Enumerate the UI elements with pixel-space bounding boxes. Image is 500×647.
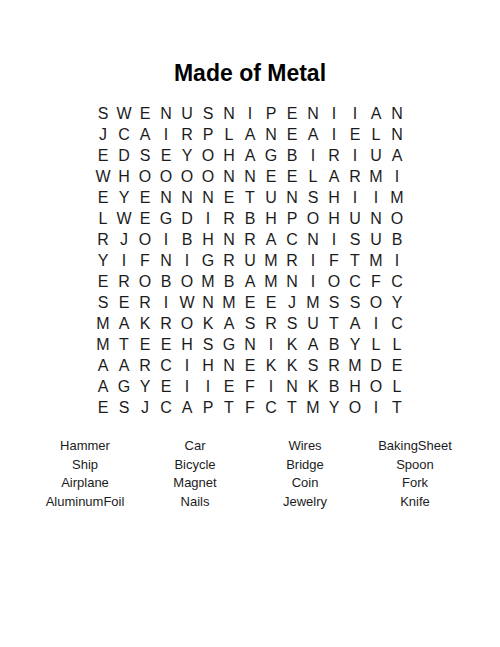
grid-cell-r2c8[interactable]: A	[240, 124, 261, 145]
grid-cell-r13c1[interactable]: A	[93, 355, 114, 376]
grid-cell-r3c3[interactable]: S	[135, 145, 156, 166]
grid-cell-r1c10[interactable]: E	[282, 103, 303, 124]
grid-cell-r15c11[interactable]: M	[303, 397, 324, 418]
grid-cell-r4c5[interactable]: O	[177, 166, 198, 187]
grid-cell-r5c3[interactable]: E	[135, 187, 156, 208]
grid-cell-r14c6[interactable]: I	[198, 376, 219, 397]
grid-cell-r15c10[interactable]: T	[282, 397, 303, 418]
grid-cell-r2c9[interactable]: N	[261, 124, 282, 145]
grid-cell-r3c6[interactable]: O	[198, 145, 219, 166]
grid-cell-r2c1[interactable]: J	[93, 124, 114, 145]
grid-cell-r8c11[interactable]: I	[303, 250, 324, 271]
grid-cell-r13c12[interactable]: R	[324, 355, 345, 376]
grid-cell-r7c9[interactable]: A	[261, 229, 282, 250]
grid-cell-r5c1[interactable]: E	[93, 187, 114, 208]
grid-cell-r6c2[interactable]: W	[114, 208, 135, 229]
grid-cell-r12c10[interactable]: K	[282, 334, 303, 355]
grid-cell-r10c12[interactable]: S	[324, 292, 345, 313]
grid-cell-r3c2[interactable]: D	[114, 145, 135, 166]
grid-cell-r12c1[interactable]: M	[93, 334, 114, 355]
grid-cell-r6c11[interactable]: O	[303, 208, 324, 229]
grid-cell-r11c14[interactable]: I	[366, 313, 387, 334]
grid-cell-r6c7[interactable]: R	[219, 208, 240, 229]
grid-cell-r13c2[interactable]: A	[114, 355, 135, 376]
grid-cell-r11c10[interactable]: S	[282, 313, 303, 334]
grid-cell-r2c5[interactable]: R	[177, 124, 198, 145]
grid-cell-r4c14[interactable]: M	[366, 166, 387, 187]
grid-cell-r7c4[interactable]: I	[156, 229, 177, 250]
grid-cell-r1c2[interactable]: W	[114, 103, 135, 124]
grid-cell-r14c11[interactable]: K	[303, 376, 324, 397]
grid-cell-r5c12[interactable]: H	[324, 187, 345, 208]
grid-cell-r12c8[interactable]: N	[240, 334, 261, 355]
grid-cell-r14c5[interactable]: I	[177, 376, 198, 397]
puzzle-title: Made of Metal	[0, 60, 500, 87]
grid-cell-r12c6[interactable]: S	[198, 334, 219, 355]
grid-cell-r4c15[interactable]: I	[387, 166, 408, 187]
grid-cell-r13c5[interactable]: I	[177, 355, 198, 376]
word-item[interactable]: Fork	[360, 474, 470, 493]
grid-cell-r9c14[interactable]: F	[366, 271, 387, 292]
grid-cell-r13c14[interactable]: D	[366, 355, 387, 376]
grid-cell-r1c1[interactable]: S	[93, 103, 114, 124]
grid-cell-r9c6[interactable]: M	[198, 271, 219, 292]
grid-cell-r11c5[interactable]: O	[177, 313, 198, 334]
grid-cell-r13c9[interactable]: K	[261, 355, 282, 376]
grid-cell-r9c2[interactable]: R	[114, 271, 135, 292]
grid-cell-r10c5[interactable]: W	[177, 292, 198, 313]
grid-cell-r2c7[interactable]: L	[219, 124, 240, 145]
grid-cell-r1c7[interactable]: N	[219, 103, 240, 124]
word-item[interactable]: Coin	[250, 474, 360, 493]
word-column-4: BakingSheetSpoonForkKnife	[360, 437, 470, 511]
grid-cell-r6c3[interactable]: E	[135, 208, 156, 229]
grid-cell-r3c11[interactable]: I	[303, 145, 324, 166]
grid-cell-r9c7[interactable]: B	[219, 271, 240, 292]
grid-cell-r8c9[interactable]: M	[261, 250, 282, 271]
grid-cell-r14c10[interactable]: N	[282, 376, 303, 397]
letter-grid: SWENUSNIPENIIANJCAIRPLANEAIELNEDSEYOHAGB…	[93, 103, 408, 418]
grid-cell-r1c15[interactable]: N	[387, 103, 408, 124]
grid-cell-r13c13[interactable]: M	[345, 355, 366, 376]
grid-cell-r11c7[interactable]: A	[219, 313, 240, 334]
grid-cell-r8c4[interactable]: N	[156, 250, 177, 271]
grid-cell-r6c6[interactable]: I	[198, 208, 219, 229]
grid-cell-r8c15[interactable]: I	[387, 250, 408, 271]
grid-cell-r9c4[interactable]: B	[156, 271, 177, 292]
word-item[interactable]: AluminumFoil	[30, 493, 140, 512]
grid-cell-r2c3[interactable]: A	[135, 124, 156, 145]
grid-cell-r3c13[interactable]: I	[345, 145, 366, 166]
grid-cell-r10c1[interactable]: S	[93, 292, 114, 313]
grid-cell-r13c4[interactable]: C	[156, 355, 177, 376]
word-item[interactable]: Ship	[30, 456, 140, 475]
word-item[interactable]: Car	[140, 437, 250, 456]
grid-cell-r6c15[interactable]: O	[387, 208, 408, 229]
grid-cell-r7c3[interactable]: O	[135, 229, 156, 250]
grid-cell-r5c11[interactable]: S	[303, 187, 324, 208]
grid-cell-r14c12[interactable]: B	[324, 376, 345, 397]
grid-cell-r4c12[interactable]: A	[324, 166, 345, 187]
word-item[interactable]: Bicycle	[140, 456, 250, 475]
grid-cell-r8c10[interactable]: R	[282, 250, 303, 271]
grid-cell-r5c10[interactable]: N	[282, 187, 303, 208]
grid-cell-r2c10[interactable]: E	[282, 124, 303, 145]
grid-cell-r12c2[interactable]: T	[114, 334, 135, 355]
grid-cell-r5c15[interactable]: M	[387, 187, 408, 208]
grid-cell-r5c5[interactable]: N	[177, 187, 198, 208]
grid-cell-r4c6[interactable]: O	[198, 166, 219, 187]
grid-cell-r11c15[interactable]: C	[387, 313, 408, 334]
grid-cell-r2c2[interactable]: C	[114, 124, 135, 145]
grid-cell-r10c10[interactable]: J	[282, 292, 303, 313]
grid-cell-r7c14[interactable]: U	[366, 229, 387, 250]
grid-cell-r3c1[interactable]: E	[93, 145, 114, 166]
grid-cell-r12c15[interactable]: L	[387, 334, 408, 355]
grid-cell-r12c9[interactable]: I	[261, 334, 282, 355]
grid-cell-r15c9[interactable]: C	[261, 397, 282, 418]
grid-cell-r1c12[interactable]: I	[324, 103, 345, 124]
grid-cell-r8c3[interactable]: F	[135, 250, 156, 271]
grid-cell-r6c1[interactable]: L	[93, 208, 114, 229]
grid-cell-r3c10[interactable]: B	[282, 145, 303, 166]
grid-cell-r13c15[interactable]: E	[387, 355, 408, 376]
grid-cell-r7c11[interactable]: N	[303, 229, 324, 250]
grid-cell-r8c12[interactable]: F	[324, 250, 345, 271]
grid-cell-r9c3[interactable]: O	[135, 271, 156, 292]
word-column-1: HammerShipAirplaneAluminumFoil	[30, 437, 140, 511]
grid-cell-r6c9[interactable]: H	[261, 208, 282, 229]
grid-cell-r7c5[interactable]: B	[177, 229, 198, 250]
grid-cell-r14c14[interactable]: O	[366, 376, 387, 397]
word-column-2: CarBicycleMagnetNails	[140, 437, 250, 511]
grid-cell-r13c6[interactable]: H	[198, 355, 219, 376]
grid-cell-r9c9[interactable]: M	[261, 271, 282, 292]
grid-cell-r1c8[interactable]: I	[240, 103, 261, 124]
grid-cell-r2c6[interactable]: P	[198, 124, 219, 145]
grid-cell-r9c11[interactable]: I	[303, 271, 324, 292]
grid-cell-r6c5[interactable]: D	[177, 208, 198, 229]
grid-cell-r12c12[interactable]: B	[324, 334, 345, 355]
grid-cell-r12c3[interactable]: E	[135, 334, 156, 355]
word-column-3: WiresBridgeCoinJewelry	[250, 437, 360, 511]
grid-cell-r3c14[interactable]: U	[366, 145, 387, 166]
grid-cell-r12c7[interactable]: G	[219, 334, 240, 355]
grid-cell-r13c3[interactable]: R	[135, 355, 156, 376]
grid-cell-r9c1[interactable]: E	[93, 271, 114, 292]
grid-cell-r3c4[interactable]: E	[156, 145, 177, 166]
grid-cell-r15c2[interactable]: S	[114, 397, 135, 418]
grid-cell-r4c1[interactable]: W	[93, 166, 114, 187]
grid-cell-r11c3[interactable]: K	[135, 313, 156, 334]
grid-cell-r12c11[interactable]: A	[303, 334, 324, 355]
grid-cell-r6c13[interactable]: U	[345, 208, 366, 229]
grid-cell-r14c1[interactable]: A	[93, 376, 114, 397]
grid-cell-r2c13[interactable]: E	[345, 124, 366, 145]
word-item[interactable]: Hammer	[30, 437, 140, 456]
word-item[interactable]: Nails	[140, 493, 250, 512]
grid-cell-r4c7[interactable]: N	[219, 166, 240, 187]
grid-cell-r5c9[interactable]: U	[261, 187, 282, 208]
grid-cell-r9c12[interactable]: O	[324, 271, 345, 292]
grid-cell-r8c13[interactable]: T	[345, 250, 366, 271]
word-item[interactable]: Wires	[250, 437, 360, 456]
grid-cell-r7c15[interactable]: B	[387, 229, 408, 250]
grid-cell-r6c14[interactable]: N	[366, 208, 387, 229]
grid-cell-r1c13[interactable]: I	[345, 103, 366, 124]
grid-cell-r9c10[interactable]: N	[282, 271, 303, 292]
grid-cell-r8c6[interactable]: G	[198, 250, 219, 271]
grid-cell-r3c5[interactable]: Y	[177, 145, 198, 166]
grid-cell-r3c7[interactable]: H	[219, 145, 240, 166]
grid-cell-r14c2[interactable]: G	[114, 376, 135, 397]
grid-cell-r14c4[interactable]: E	[156, 376, 177, 397]
grid-cell-r7c13[interactable]: S	[345, 229, 366, 250]
grid-cell-r3c12[interactable]: R	[324, 145, 345, 166]
grid-cell-r13c10[interactable]: K	[282, 355, 303, 376]
grid-cell-r15c7[interactable]: T	[219, 397, 240, 418]
grid-cell-r10c13[interactable]: S	[345, 292, 366, 313]
grid-cell-r1c3[interactable]: E	[135, 103, 156, 124]
grid-cell-r5c13[interactable]: I	[345, 187, 366, 208]
grid-cell-r3c15[interactable]: A	[387, 145, 408, 166]
grid-cell-r1c11[interactable]: N	[303, 103, 324, 124]
grid-cell-r8c8[interactable]: U	[240, 250, 261, 271]
grid-cell-r14c9[interactable]: I	[261, 376, 282, 397]
grid-cell-r14c15[interactable]: L	[387, 376, 408, 397]
grid-cell-r4c11[interactable]: L	[303, 166, 324, 187]
grid-cell-r2c14[interactable]: L	[366, 124, 387, 145]
grid-cell-r11c1[interactable]: M	[93, 313, 114, 334]
grid-cell-r4c4[interactable]: O	[156, 166, 177, 187]
grid-cell-r8c2[interactable]: I	[114, 250, 135, 271]
grid-cell-r6c12[interactable]: H	[324, 208, 345, 229]
grid-cell-r11c4[interactable]: R	[156, 313, 177, 334]
grid-cell-r15c14[interactable]: I	[366, 397, 387, 418]
grid-cell-r6c4[interactable]: G	[156, 208, 177, 229]
grid-cell-r14c8[interactable]: F	[240, 376, 261, 397]
grid-cell-r2c4[interactable]: I	[156, 124, 177, 145]
grid-cell-r6c10[interactable]: P	[282, 208, 303, 229]
grid-cell-r10c3[interactable]: R	[135, 292, 156, 313]
word-item[interactable]: BakingSheet	[360, 437, 470, 456]
grid-cell-r13c11[interactable]: S	[303, 355, 324, 376]
grid-cell-r8c7[interactable]: R	[219, 250, 240, 271]
grid-cell-r5c2[interactable]: Y	[114, 187, 135, 208]
grid-cell-r12c13[interactable]: Y	[345, 334, 366, 355]
word-item[interactable]: Bridge	[250, 456, 360, 475]
grid-cell-r1c4[interactable]: N	[156, 103, 177, 124]
grid-cell-r4c10[interactable]: E	[282, 166, 303, 187]
grid-cell-r7c7[interactable]: N	[219, 229, 240, 250]
word-item[interactable]: Spoon	[360, 456, 470, 475]
word-list: HammerShipAirplaneAluminumFoilCarBicycle…	[30, 437, 470, 511]
grid-cell-r15c1[interactable]: E	[93, 397, 114, 418]
grid-cell-r2c11[interactable]: A	[303, 124, 324, 145]
grid-cell-r10c15[interactable]: Y	[387, 292, 408, 313]
grid-cell-r4c2[interactable]: H	[114, 166, 135, 187]
grid-cell-r11c12[interactable]: T	[324, 313, 345, 334]
grid-cell-r4c3[interactable]: O	[135, 166, 156, 187]
grid-cell-r11c2[interactable]: A	[114, 313, 135, 334]
grid-cell-r11c8[interactable]: S	[240, 313, 261, 334]
grid-cell-r12c14[interactable]: L	[366, 334, 387, 355]
grid-cell-r15c8[interactable]: F	[240, 397, 261, 418]
grid-cell-r5c6[interactable]: N	[198, 187, 219, 208]
grid-cell-r3c8[interactable]: A	[240, 145, 261, 166]
word-item[interactable]: Airplane	[30, 474, 140, 493]
grid-cell-r7c12[interactable]: I	[324, 229, 345, 250]
grid-cell-r4c9[interactable]: E	[261, 166, 282, 187]
grid-cell-r15c6[interactable]: P	[198, 397, 219, 418]
grid-cell-r12c5[interactable]: H	[177, 334, 198, 355]
grid-cell-r9c13[interactable]: C	[345, 271, 366, 292]
grid-cell-r11c11[interactable]: U	[303, 313, 324, 334]
grid-cell-r4c13[interactable]: R	[345, 166, 366, 187]
grid-cell-r10c14[interactable]: O	[366, 292, 387, 313]
grid-cell-r15c12[interactable]: Y	[324, 397, 345, 418]
grid-cell-r15c15[interactable]: T	[387, 397, 408, 418]
word-item[interactable]: Jewelry	[250, 493, 360, 512]
grid-cell-r2c15[interactable]: N	[387, 124, 408, 145]
word-item[interactable]: Magnet	[140, 474, 250, 493]
grid-cell-r7c10[interactable]: C	[282, 229, 303, 250]
grid-cell-r1c14[interactable]: A	[366, 103, 387, 124]
grid-cell-r10c4[interactable]: I	[156, 292, 177, 313]
grid-cell-r1c9[interactable]: P	[261, 103, 282, 124]
grid-cell-r7c1[interactable]: R	[93, 229, 114, 250]
grid-cell-r15c4[interactable]: C	[156, 397, 177, 418]
grid-cell-r11c6[interactable]: K	[198, 313, 219, 334]
grid-cell-r1c5[interactable]: U	[177, 103, 198, 124]
grid-cell-r15c5[interactable]: A	[177, 397, 198, 418]
grid-cell-r10c6[interactable]: N	[198, 292, 219, 313]
grid-cell-r12c4[interactable]: E	[156, 334, 177, 355]
grid-cell-r10c11[interactable]: M	[303, 292, 324, 313]
grid-cell-r9c15[interactable]: C	[387, 271, 408, 292]
grid-cell-r15c13[interactable]: O	[345, 397, 366, 418]
grid-cell-r8c1[interactable]: Y	[93, 250, 114, 271]
grid-cell-r9c8[interactable]: A	[240, 271, 261, 292]
grid-cell-r3c9[interactable]: G	[261, 145, 282, 166]
grid-cell-r8c14[interactable]: M	[366, 250, 387, 271]
grid-cell-r11c13[interactable]: A	[345, 313, 366, 334]
grid-cell-r2c12[interactable]: I	[324, 124, 345, 145]
grid-cell-r9c5[interactable]: O	[177, 271, 198, 292]
grid-cell-r5c7[interactable]: E	[219, 187, 240, 208]
grid-cell-r5c14[interactable]: I	[366, 187, 387, 208]
grid-cell-r10c7[interactable]: M	[219, 292, 240, 313]
grid-cell-r10c8[interactable]: E	[240, 292, 261, 313]
word-item[interactable]: Knife	[360, 493, 470, 512]
grid-cell-r15c3[interactable]: J	[135, 397, 156, 418]
grid-cell-r7c8[interactable]: R	[240, 229, 261, 250]
grid-cell-r7c6[interactable]: H	[198, 229, 219, 250]
grid-cell-r1c6[interactable]: S	[198, 103, 219, 124]
grid-cell-r14c7[interactable]: E	[219, 376, 240, 397]
grid-cell-r6c8[interactable]: B	[240, 208, 261, 229]
grid-cell-r14c13[interactable]: H	[345, 376, 366, 397]
grid-cell-r5c4[interactable]: N	[156, 187, 177, 208]
grid-cell-r5c8[interactable]: T	[240, 187, 261, 208]
grid-cell-r8c5[interactable]: I	[177, 250, 198, 271]
grid-cell-r11c9[interactable]: R	[261, 313, 282, 334]
grid-cell-r13c8[interactable]: E	[240, 355, 261, 376]
grid-cell-r4c8[interactable]: N	[240, 166, 261, 187]
grid-cell-r14c3[interactable]: Y	[135, 376, 156, 397]
grid-cell-r10c2[interactable]: E	[114, 292, 135, 313]
grid-cell-r7c2[interactable]: J	[114, 229, 135, 250]
grid-cell-r10c9[interactable]: E	[261, 292, 282, 313]
grid-cell-r13c7[interactable]: N	[219, 355, 240, 376]
